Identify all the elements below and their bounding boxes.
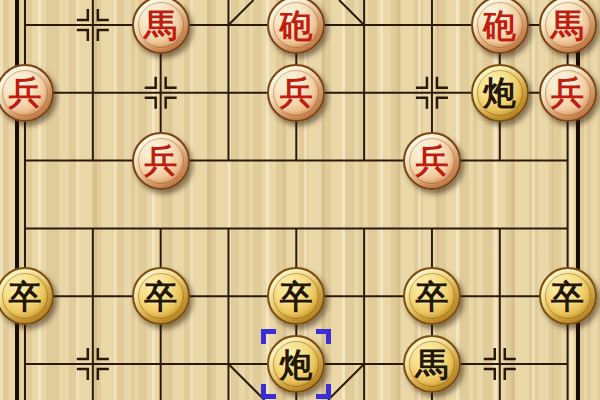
piece-black-soldier[interactable]: 卒 <box>539 267 597 325</box>
point-marker <box>484 348 495 359</box>
piece-glyph: 炮 <box>280 348 313 381</box>
piece-black-cannon[interactable]: 炮 <box>471 64 529 122</box>
point-marker <box>166 98 177 109</box>
point-marker <box>98 369 109 380</box>
point-marker <box>98 9 109 20</box>
point-marker <box>484 369 495 380</box>
point-marker <box>145 98 156 109</box>
piece-glyph: 兵 <box>551 76 584 109</box>
piece-black-soldier[interactable]: 卒 <box>132 267 190 325</box>
piece-glyph: 卒 <box>9 280 42 313</box>
piece-black-cannon[interactable]: 炮 <box>267 335 325 393</box>
piece-glyph: 卒 <box>144 280 177 313</box>
piece-black-soldier[interactable]: 卒 <box>403 267 461 325</box>
piece-glyph: 兵 <box>415 144 448 177</box>
piece-glyph: 卒 <box>280 280 313 313</box>
piece-glyph: 卒 <box>551 280 584 313</box>
point-marker <box>505 369 516 380</box>
point-marker <box>98 348 109 359</box>
piece-glyph: 砲 <box>280 9 313 42</box>
point-marker <box>77 369 88 380</box>
piece-glyph: 兵 <box>144 144 177 177</box>
point-marker <box>416 77 427 88</box>
piece-glyph: 兵 <box>9 76 42 109</box>
piece-glyph: 馬 <box>415 348 448 381</box>
piece-glyph: 砲 <box>483 9 516 42</box>
point-marker <box>98 30 109 41</box>
point-marker <box>77 9 88 20</box>
xiangqi-board[interactable]: 馬砲砲馬兵兵炮兵兵兵卒卒卒卒卒炮馬 <box>0 0 600 400</box>
point-marker <box>416 98 427 109</box>
piece-glyph: 兵 <box>280 76 313 109</box>
point-marker <box>77 30 88 41</box>
point-marker <box>77 348 88 359</box>
piece-red-soldier[interactable]: 兵 <box>267 64 325 122</box>
point-marker <box>437 98 448 109</box>
piece-red-soldier[interactable]: 兵 <box>403 132 461 190</box>
piece-red-soldier[interactable]: 兵 <box>0 64 54 122</box>
piece-red-horse[interactable]: 馬 <box>132 0 190 54</box>
piece-glyph: 馬 <box>144 9 177 42</box>
piece-red-cannon[interactable]: 砲 <box>471 0 529 54</box>
piece-red-soldier[interactable]: 兵 <box>539 64 597 122</box>
point-marker <box>505 348 516 359</box>
piece-red-soldier[interactable]: 兵 <box>132 132 190 190</box>
point-marker <box>166 77 177 88</box>
piece-red-horse[interactable]: 馬 <box>539 0 597 54</box>
point-marker <box>437 77 448 88</box>
piece-black-horse[interactable]: 馬 <box>403 335 461 393</box>
piece-glyph: 炮 <box>483 76 516 109</box>
point-marker <box>145 77 156 88</box>
piece-glyph: 卒 <box>415 280 448 313</box>
piece-glyph: 馬 <box>551 9 584 42</box>
